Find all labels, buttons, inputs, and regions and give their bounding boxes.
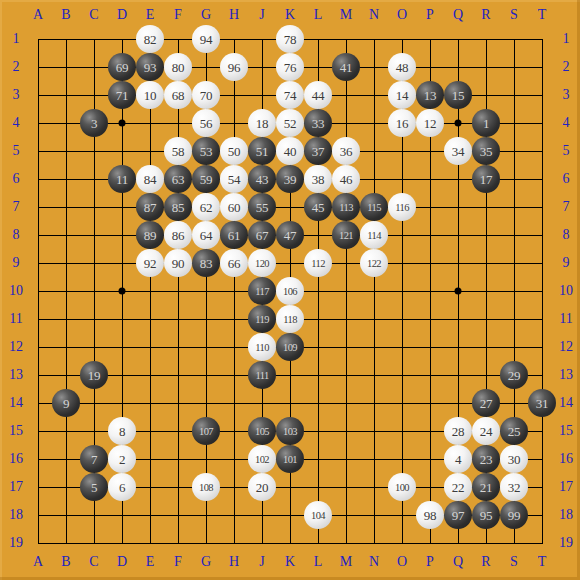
- go-stone-white-44: 44: [304, 81, 332, 109]
- stone-move-number: 110: [255, 341, 269, 354]
- go-stone-black-87: 87: [136, 193, 164, 221]
- stone-move-number: 89: [144, 229, 156, 242]
- stone-move-number: 22: [452, 481, 464, 494]
- row-label-right-18: 18: [559, 508, 573, 522]
- stone-move-number: 29: [508, 369, 520, 382]
- go-stone-white-50: 50: [220, 137, 248, 165]
- go-stone-black-31: 31: [528, 389, 556, 417]
- row-label-left-7: 7: [13, 200, 20, 214]
- stone-move-number: 92: [144, 257, 156, 270]
- stone-move-number: 84: [144, 173, 156, 186]
- go-stone-white-4: 4: [444, 445, 472, 473]
- stone-move-number: 21: [480, 481, 492, 494]
- stone-move-number: 52: [284, 117, 296, 130]
- stone-move-number: 45: [312, 201, 324, 214]
- go-stone-black-17: 17: [472, 165, 500, 193]
- go-stone-black-19: 19: [80, 361, 108, 389]
- stone-move-number: 85: [172, 201, 184, 214]
- stone-move-number: 30: [508, 453, 520, 466]
- column-label-top-A: A: [33, 8, 43, 22]
- row-label-right-15: 15: [559, 424, 573, 438]
- stone-move-number: 108: [199, 481, 213, 494]
- stone-move-number: 98: [424, 509, 436, 522]
- go-stone-white-80: 80: [164, 53, 192, 81]
- stone-move-number: 24: [480, 425, 492, 438]
- go-stone-white-94: 94: [192, 25, 220, 53]
- stone-move-number: 122: [367, 257, 381, 270]
- stone-move-number: 41: [340, 61, 352, 74]
- stone-move-number: 116: [395, 201, 409, 214]
- go-stone-black-5: 5: [80, 473, 108, 501]
- column-label-bottom-N: N: [369, 555, 379, 569]
- go-stone-white-60: 60: [220, 193, 248, 221]
- row-label-right-2: 2: [563, 60, 570, 74]
- go-stone-white-2: 2: [108, 445, 136, 473]
- go-stone-black-71: 71: [108, 81, 136, 109]
- stone-move-number: 11: [116, 173, 128, 186]
- stone-move-number: 47: [284, 229, 296, 242]
- go-stone-white-40: 40: [276, 137, 304, 165]
- go-stone-black-105: 105: [248, 417, 276, 445]
- stone-move-number: 120: [255, 257, 269, 270]
- column-label-bottom-T: T: [538, 555, 547, 569]
- go-stone-black-47: 47: [276, 221, 304, 249]
- row-label-right-10: 10: [559, 284, 573, 298]
- stone-move-number: 16: [396, 117, 408, 130]
- go-stone-black-119: 119: [248, 305, 276, 333]
- column-label-bottom-K: K: [285, 555, 295, 569]
- go-stone-white-58: 58: [164, 137, 192, 165]
- row-label-right-19: 19: [559, 536, 573, 550]
- stone-move-number: 53: [200, 145, 212, 158]
- stone-move-number: 114: [367, 229, 381, 242]
- row-label-right-5: 5: [563, 144, 570, 158]
- stone-move-number: 14: [396, 89, 408, 102]
- column-label-bottom-B: B: [61, 555, 70, 569]
- star-point-D4: [119, 120, 126, 127]
- stone-move-number: 103: [283, 425, 297, 438]
- column-label-top-T: T: [538, 8, 547, 22]
- go-stone-black-41: 41: [332, 53, 360, 81]
- row-label-left-17: 17: [9, 480, 23, 494]
- stone-move-number: 78: [284, 33, 296, 46]
- go-stone-white-86: 86: [164, 221, 192, 249]
- go-stone-black-37: 37: [304, 137, 332, 165]
- go-stone-white-56: 56: [192, 109, 220, 137]
- go-stone-black-53: 53: [192, 137, 220, 165]
- stone-move-number: 34: [452, 145, 464, 158]
- go-stone-white-76: 76: [276, 53, 304, 81]
- go-stone-white-64: 64: [192, 221, 220, 249]
- column-label-bottom-J: J: [259, 555, 264, 569]
- go-stone-white-116: 116: [388, 193, 416, 221]
- row-label-left-12: 12: [9, 340, 23, 354]
- row-label-right-11: 11: [559, 312, 572, 326]
- stone-move-number: 107: [199, 425, 213, 438]
- row-label-left-10: 10: [9, 284, 23, 298]
- go-stone-black-15: 15: [444, 81, 472, 109]
- stone-move-number: 66: [228, 257, 240, 270]
- go-stone-black-121: 121: [332, 221, 360, 249]
- go-stone-white-20: 20: [248, 473, 276, 501]
- go-stone-black-11: 11: [108, 165, 136, 193]
- stone-move-number: 94: [200, 33, 212, 46]
- stone-move-number: 31: [536, 397, 548, 410]
- go-stone-black-61: 61: [220, 221, 248, 249]
- column-label-top-G: G: [201, 8, 211, 22]
- go-stone-white-98: 98: [416, 501, 444, 529]
- row-label-right-9: 9: [563, 256, 570, 270]
- go-stone-black-13: 13: [416, 81, 444, 109]
- column-label-bottom-L: L: [314, 555, 323, 569]
- column-label-bottom-P: P: [426, 555, 434, 569]
- stone-move-number: 63: [172, 173, 184, 186]
- column-label-top-F: F: [174, 8, 182, 22]
- stone-move-number: 97: [452, 509, 464, 522]
- stone-move-number: 112: [311, 257, 325, 270]
- go-stone-black-83: 83: [192, 249, 220, 277]
- stone-move-number: 93: [144, 61, 156, 74]
- column-label-top-K: K: [285, 8, 295, 22]
- row-label-left-4: 4: [13, 116, 20, 130]
- stone-move-number: 7: [91, 453, 97, 466]
- column-label-top-M: M: [340, 8, 352, 22]
- stone-move-number: 69: [116, 61, 128, 74]
- go-stone-black-85: 85: [164, 193, 192, 221]
- stone-move-number: 15: [452, 89, 464, 102]
- row-label-left-5: 5: [13, 144, 20, 158]
- go-stone-black-45: 45: [304, 193, 332, 221]
- go-stone-white-52: 52: [276, 109, 304, 137]
- stone-move-number: 32: [508, 481, 520, 494]
- go-stone-black-29: 29: [500, 361, 528, 389]
- row-label-left-3: 3: [13, 88, 20, 102]
- stone-move-number: 70: [200, 89, 212, 102]
- go-stone-white-82: 82: [136, 25, 164, 53]
- stone-move-number: 13: [424, 89, 436, 102]
- go-stone-white-102: 102: [248, 445, 276, 473]
- go-stone-black-39: 39: [276, 165, 304, 193]
- stone-move-number: 119: [255, 313, 269, 326]
- column-label-top-D: D: [117, 8, 127, 22]
- go-stone-white-92: 92: [136, 249, 164, 277]
- row-label-right-3: 3: [563, 88, 570, 102]
- go-stone-white-48: 48: [388, 53, 416, 81]
- go-stone-black-69: 69: [108, 53, 136, 81]
- go-stone-black-109: 109: [276, 333, 304, 361]
- column-label-top-B: B: [61, 8, 70, 22]
- stone-move-number: 101: [283, 453, 297, 466]
- row-label-left-19: 19: [9, 536, 23, 550]
- stone-move-number: 56: [200, 117, 212, 130]
- go-stone-white-36: 36: [332, 137, 360, 165]
- go-stone-black-51: 51: [248, 137, 276, 165]
- stone-move-number: 111: [255, 369, 268, 382]
- go-stone-white-34: 34: [444, 137, 472, 165]
- column-label-bottom-A: A: [33, 555, 43, 569]
- stone-move-number: 60: [228, 201, 240, 214]
- column-label-top-J: J: [259, 8, 264, 22]
- row-label-right-1: 1: [563, 32, 570, 46]
- column-label-top-L: L: [314, 8, 323, 22]
- go-stone-black-101: 101: [276, 445, 304, 473]
- go-stone-black-25: 25: [500, 417, 528, 445]
- go-stone-white-84: 84: [136, 165, 164, 193]
- go-stone-white-96: 96: [220, 53, 248, 81]
- go-stone-black-59: 59: [192, 165, 220, 193]
- stone-move-number: 28: [452, 425, 464, 438]
- go-stone-white-100: 100: [388, 473, 416, 501]
- go-stone-black-67: 67: [248, 221, 276, 249]
- go-stone-white-22: 22: [444, 473, 472, 501]
- go-stone-white-90: 90: [164, 249, 192, 277]
- go-stone-black-115: 115: [360, 193, 388, 221]
- stone-move-number: 80: [172, 61, 184, 74]
- stone-move-number: 62: [200, 201, 212, 214]
- go-stone-white-106: 106: [276, 277, 304, 305]
- row-label-right-6: 6: [563, 172, 570, 186]
- column-label-top-H: H: [229, 8, 239, 22]
- stone-move-number: 83: [200, 257, 212, 270]
- go-stone-white-110: 110: [248, 333, 276, 361]
- stone-move-number: 17: [480, 173, 492, 186]
- go-stone-white-74: 74: [276, 81, 304, 109]
- go-stone-white-38: 38: [304, 165, 332, 193]
- go-stone-white-28: 28: [444, 417, 472, 445]
- go-stone-black-89: 89: [136, 221, 164, 249]
- stone-move-number: 33: [312, 117, 324, 130]
- go-stone-black-111: 111: [248, 361, 276, 389]
- row-label-right-14: 14: [559, 396, 573, 410]
- column-label-bottom-C: C: [89, 555, 98, 569]
- stone-move-number: 76: [284, 61, 296, 74]
- stone-move-number: 5: [91, 481, 97, 494]
- stone-move-number: 27: [480, 397, 492, 410]
- row-label-right-4: 4: [563, 116, 570, 130]
- stone-move-number: 10: [144, 89, 156, 102]
- go-stone-white-8: 8: [108, 417, 136, 445]
- go-stone-white-6: 6: [108, 473, 136, 501]
- row-label-left-18: 18: [9, 508, 23, 522]
- stone-move-number: 2: [119, 453, 125, 466]
- go-stone-black-3: 3: [80, 109, 108, 137]
- stone-move-number: 40: [284, 145, 296, 158]
- column-label-bottom-D: D: [117, 555, 127, 569]
- stone-move-number: 51: [256, 145, 268, 158]
- stone-move-number: 86: [172, 229, 184, 242]
- row-label-right-13: 13: [559, 368, 573, 382]
- column-label-bottom-G: G: [201, 555, 211, 569]
- stone-move-number: 87: [144, 201, 156, 214]
- stone-move-number: 43: [256, 173, 268, 186]
- stone-move-number: 100: [395, 481, 409, 494]
- go-stone-black-63: 63: [164, 165, 192, 193]
- stone-move-number: 37: [312, 145, 324, 158]
- go-stone-white-24: 24: [472, 417, 500, 445]
- go-stone-white-68: 68: [164, 81, 192, 109]
- stone-move-number: 68: [172, 89, 184, 102]
- go-stone-white-112: 112: [304, 249, 332, 277]
- stone-move-number: 25: [508, 425, 520, 438]
- star-point-Q10: [455, 288, 462, 295]
- stone-move-number: 36: [340, 145, 352, 158]
- stone-move-number: 67: [256, 229, 268, 242]
- column-label-bottom-S: S: [510, 555, 518, 569]
- column-label-top-R: R: [481, 8, 490, 22]
- column-label-bottom-Q: Q: [453, 555, 463, 569]
- go-stone-white-114: 114: [360, 221, 388, 249]
- stone-move-number: 9: [63, 397, 69, 410]
- stone-move-number: 113: [339, 201, 353, 214]
- go-stone-white-104: 104: [304, 501, 332, 529]
- stone-move-number: 71: [116, 89, 128, 102]
- stone-move-number: 74: [284, 89, 296, 102]
- stone-move-number: 39: [284, 173, 296, 186]
- go-board-diagram: AABBCCDDEEFFGGHHJJKKLLMMNNOOPPQQRRSSTT11…: [0, 0, 580, 580]
- row-label-right-7: 7: [563, 200, 570, 214]
- go-stone-white-30: 30: [500, 445, 528, 473]
- stone-move-number: 104: [311, 509, 325, 522]
- star-point-Q4: [455, 120, 462, 127]
- stone-move-number: 6: [119, 481, 125, 494]
- row-label-left-13: 13: [9, 368, 23, 382]
- row-label-left-14: 14: [9, 396, 23, 410]
- go-stone-black-35: 35: [472, 137, 500, 165]
- row-label-left-1: 1: [13, 32, 20, 46]
- row-label-left-16: 16: [9, 452, 23, 466]
- go-stone-black-99: 99: [500, 501, 528, 529]
- stone-move-number: 23: [480, 453, 492, 466]
- stone-move-number: 55: [256, 201, 268, 214]
- stone-move-number: 59: [200, 173, 212, 186]
- column-label-bottom-R: R: [481, 555, 490, 569]
- go-stone-white-62: 62: [192, 193, 220, 221]
- go-stone-black-43: 43: [248, 165, 276, 193]
- stone-move-number: 64: [200, 229, 212, 242]
- row-label-right-16: 16: [559, 452, 573, 466]
- go-stone-black-21: 21: [472, 473, 500, 501]
- go-stone-white-78: 78: [276, 25, 304, 53]
- stone-move-number: 102: [255, 453, 269, 466]
- go-stone-white-14: 14: [388, 81, 416, 109]
- stone-move-number: 109: [283, 341, 297, 354]
- stone-move-number: 18: [256, 117, 268, 130]
- stone-move-number: 20: [256, 481, 268, 494]
- star-point-D10: [119, 288, 126, 295]
- stone-move-number: 115: [367, 201, 381, 214]
- stone-move-number: 19: [88, 369, 100, 382]
- stone-move-number: 121: [339, 229, 353, 242]
- row-label-left-6: 6: [13, 172, 20, 186]
- column-label-top-O: O: [397, 8, 407, 22]
- go-stone-black-95: 95: [472, 501, 500, 529]
- go-stone-white-120: 120: [248, 249, 276, 277]
- row-label-left-15: 15: [9, 424, 23, 438]
- row-label-right-8: 8: [563, 228, 570, 242]
- go-stone-white-108: 108: [192, 473, 220, 501]
- column-label-top-Q: Q: [453, 8, 463, 22]
- stone-move-number: 46: [340, 173, 352, 186]
- go-stone-black-55: 55: [248, 193, 276, 221]
- stone-move-number: 4: [455, 453, 461, 466]
- go-stone-white-118: 118: [276, 305, 304, 333]
- stone-move-number: 1: [483, 117, 489, 130]
- row-label-right-12: 12: [559, 340, 573, 354]
- go-stone-black-23: 23: [472, 445, 500, 473]
- column-label-bottom-F: F: [174, 555, 182, 569]
- go-stone-white-32: 32: [500, 473, 528, 501]
- stone-move-number: 117: [255, 285, 269, 298]
- row-label-left-2: 2: [13, 60, 20, 74]
- go-stone-white-54: 54: [220, 165, 248, 193]
- stone-move-number: 12: [424, 117, 436, 130]
- column-label-bottom-M: M: [340, 555, 352, 569]
- go-stone-white-16: 16: [388, 109, 416, 137]
- row-label-right-17: 17: [559, 480, 573, 494]
- stone-move-number: 118: [283, 313, 297, 326]
- go-stone-black-103: 103: [276, 417, 304, 445]
- stone-move-number: 54: [228, 173, 240, 186]
- column-label-top-E: E: [146, 8, 155, 22]
- stone-move-number: 95: [480, 509, 492, 522]
- stone-move-number: 61: [228, 229, 240, 242]
- stone-move-number: 3: [91, 117, 97, 130]
- column-label-bottom-H: H: [229, 555, 239, 569]
- column-label-top-S: S: [510, 8, 518, 22]
- go-stone-white-70: 70: [192, 81, 220, 109]
- column-label-top-N: N: [369, 8, 379, 22]
- stone-move-number: 44: [312, 89, 324, 102]
- go-stone-black-97: 97: [444, 501, 472, 529]
- stone-move-number: 58: [172, 145, 184, 158]
- stone-move-number: 99: [508, 509, 520, 522]
- go-stone-white-46: 46: [332, 165, 360, 193]
- go-stone-white-12: 12: [416, 109, 444, 137]
- row-label-left-8: 8: [13, 228, 20, 242]
- stone-move-number: 82: [144, 33, 156, 46]
- stone-move-number: 106: [283, 285, 297, 298]
- go-stone-black-113: 113: [332, 193, 360, 221]
- go-stone-black-93: 93: [136, 53, 164, 81]
- stone-move-number: 50: [228, 145, 240, 158]
- go-stone-white-18: 18: [248, 109, 276, 137]
- row-label-left-9: 9: [13, 256, 20, 270]
- stone-move-number: 48: [396, 61, 408, 74]
- go-stone-black-107: 107: [192, 417, 220, 445]
- stone-move-number: 38: [312, 173, 324, 186]
- stone-move-number: 90: [172, 257, 184, 270]
- go-stone-black-117: 117: [248, 277, 276, 305]
- go-stone-white-10: 10: [136, 81, 164, 109]
- stone-move-number: 8: [119, 425, 125, 438]
- go-stone-black-33: 33: [304, 109, 332, 137]
- go-stone-white-122: 122: [360, 249, 388, 277]
- go-stone-white-66: 66: [220, 249, 248, 277]
- go-stone-black-1: 1: [472, 109, 500, 137]
- stone-move-number: 105: [255, 425, 269, 438]
- go-stone-black-9: 9: [52, 389, 80, 417]
- go-stone-black-7: 7: [80, 445, 108, 473]
- stone-move-number: 35: [480, 145, 492, 158]
- go-stone-black-27: 27: [472, 389, 500, 417]
- column-label-bottom-E: E: [146, 555, 155, 569]
- column-label-top-P: P: [426, 8, 434, 22]
- column-label-bottom-O: O: [397, 555, 407, 569]
- stone-move-number: 96: [228, 61, 240, 74]
- column-label-top-C: C: [89, 8, 98, 22]
- row-label-left-11: 11: [9, 312, 22, 326]
